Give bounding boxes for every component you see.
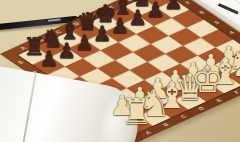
scoresheet-pen-mark — [218, 3, 239, 15]
rank-label-5-right: 5 — [213, 20, 220, 24]
piece-black-pawn-h7[interactable]: ♟ — [163, 0, 184, 12]
piece-box-seam — [20, 73, 37, 142]
rank-label-6-right: 6 — [198, 10, 205, 14]
rank-label-7-right: 7 — [184, 0, 191, 4]
piece-white-knight-g1[interactable]: ♞ — [225, 46, 240, 82]
chess-set-photo: AABBCCDDEEFFGGHH1122334455667788 ♜♞♝♛♚♝♞… — [0, 0, 240, 142]
